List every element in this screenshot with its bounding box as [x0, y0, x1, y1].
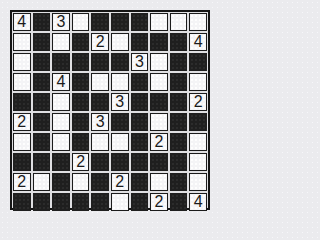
cell-r8c10[interactable] — [189, 153, 207, 171]
cell-r8c4[interactable]: 2 — [72, 153, 90, 171]
cell-r1c7[interactable] — [131, 13, 149, 31]
cell-r5c7[interactable] — [131, 93, 149, 111]
cell-r7c1[interactable] — [13, 133, 31, 151]
cell-r4c7[interactable] — [131, 73, 149, 91]
clue-number: 2 — [155, 134, 164, 150]
cell-r4c6[interactable] — [111, 73, 129, 91]
cell-r9c6[interactable]: 2 — [111, 173, 129, 191]
clue-number: 4 — [194, 194, 203, 210]
cell-r4c4[interactable] — [72, 73, 90, 91]
cell-r10c8[interactable]: 2 — [150, 193, 168, 211]
cell-r2c9[interactable] — [170, 33, 188, 51]
cell-r10c6[interactable] — [111, 193, 129, 211]
cell-r8c8[interactable] — [150, 153, 168, 171]
cell-r5c6[interactable]: 3 — [111, 93, 129, 111]
cell-r10c7[interactable] — [131, 193, 149, 211]
clue-number: 3 — [135, 54, 144, 70]
cell-r3c7[interactable]: 3 — [131, 53, 149, 71]
cell-r9c1[interactable]: 2 — [13, 173, 31, 191]
cell-r5c9[interactable] — [170, 93, 188, 111]
cell-r7c9[interactable] — [170, 133, 188, 151]
cell-r2c10[interactable]: 4 — [189, 33, 207, 51]
cell-r6c8[interactable] — [150, 113, 168, 131]
cell-r10c5[interactable] — [91, 193, 109, 211]
cell-r5c2[interactable] — [33, 93, 51, 111]
cell-r5c5[interactable] — [91, 93, 109, 111]
cell-r6c9[interactable] — [170, 113, 188, 131]
cell-r8c3[interactable] — [52, 153, 70, 171]
cell-r7c2[interactable] — [33, 133, 51, 151]
cell-r2c4[interactable] — [72, 33, 90, 51]
cell-r10c1[interactable] — [13, 193, 31, 211]
clue-number: 3 — [115, 94, 124, 110]
cell-r3c5[interactable] — [91, 53, 109, 71]
clue-number: 2 — [115, 174, 124, 190]
clue-number: 3 — [57, 14, 66, 30]
cell-r4c1[interactable] — [13, 73, 31, 91]
clue-number: 4 — [17, 14, 26, 30]
cell-r8c1[interactable] — [13, 153, 31, 171]
clue-number: 2 — [17, 114, 26, 130]
cell-r3c2[interactable] — [33, 53, 51, 71]
cell-r9c7[interactable] — [131, 173, 149, 191]
cell-r5c8[interactable] — [150, 93, 168, 111]
cell-r3c6[interactable] — [111, 53, 129, 71]
cell-r9c3[interactable] — [52, 173, 70, 191]
cell-r4c8[interactable] — [150, 73, 168, 91]
cell-r1c1[interactable]: 4 — [13, 13, 31, 31]
cell-r1c10[interactable] — [189, 13, 207, 31]
clue-number: 2 — [194, 94, 203, 110]
cell-r3c4[interactable] — [72, 53, 90, 71]
cell-r6c1[interactable]: 2 — [13, 113, 31, 131]
cell-r5c1[interactable] — [13, 93, 31, 111]
cell-r1c6[interactable] — [111, 13, 129, 31]
cell-r9c2[interactable] — [33, 173, 51, 191]
cell-r7c3[interactable] — [52, 133, 70, 151]
cell-r3c10[interactable] — [189, 53, 207, 71]
cell-r2c1[interactable] — [13, 33, 31, 51]
cell-r2c3[interactable] — [52, 33, 70, 51]
cell-r3c8[interactable] — [150, 53, 168, 71]
cell-r8c9[interactable] — [170, 153, 188, 171]
cell-r9c4[interactable] — [72, 173, 90, 191]
cell-r6c4[interactable] — [72, 113, 90, 131]
clue-number: 3 — [96, 114, 105, 130]
clue-number: 2 — [155, 194, 164, 210]
clue-number: 2 — [76, 154, 85, 170]
cell-r1c8[interactable] — [150, 13, 168, 31]
cell-r6c10[interactable] — [189, 113, 207, 131]
cell-r7c7[interactable] — [131, 133, 149, 151]
cell-r2c6[interactable] — [111, 33, 129, 51]
cell-r7c5[interactable] — [91, 133, 109, 151]
cell-r4c2[interactable] — [33, 73, 51, 91]
cell-r2c5[interactable]: 2 — [91, 33, 109, 51]
cell-r1c9[interactable] — [170, 13, 188, 31]
cell-r1c2[interactable] — [33, 13, 51, 31]
clue-number: 2 — [17, 174, 26, 190]
cell-r3c1[interactable] — [13, 53, 31, 71]
clue-number: 4 — [57, 74, 66, 90]
cell-r10c4[interactable] — [72, 193, 90, 211]
cell-r2c8[interactable] — [150, 33, 168, 51]
cell-r9c5[interactable] — [91, 173, 109, 191]
cell-r4c9[interactable] — [170, 73, 188, 91]
cell-r5c10[interactable]: 2 — [189, 93, 207, 111]
cell-r5c3[interactable] — [52, 93, 70, 111]
cell-r9c8[interactable] — [150, 173, 168, 191]
cell-r7c6[interactable] — [111, 133, 129, 151]
cell-r7c10[interactable] — [189, 133, 207, 151]
cell-r5c4[interactable] — [72, 93, 90, 111]
cell-r8c2[interactable] — [33, 153, 51, 171]
clue-number: 2 — [96, 34, 105, 50]
cell-r6c3[interactable] — [52, 113, 70, 131]
cell-r7c8[interactable]: 2 — [150, 133, 168, 151]
cell-r1c4[interactable] — [72, 13, 90, 31]
cell-r2c7[interactable] — [131, 33, 149, 51]
cell-r10c3[interactable] — [52, 193, 70, 211]
cell-r10c9[interactable] — [170, 193, 188, 211]
cell-r6c6[interactable] — [111, 113, 129, 131]
cell-r1c5[interactable] — [91, 13, 109, 31]
cell-r9c10[interactable] — [189, 173, 207, 191]
cell-r4c10[interactable] — [189, 73, 207, 91]
cell-r3c9[interactable] — [170, 53, 188, 71]
cell-r1c3[interactable]: 3 — [52, 13, 70, 31]
nurikabe-board: 4324343223222224 — [10, 10, 210, 210]
cell-r3c3[interactable] — [52, 53, 70, 71]
cell-r9c9[interactable] — [170, 173, 188, 191]
cell-r6c2[interactable] — [33, 113, 51, 131]
cell-r4c3[interactable]: 4 — [52, 73, 70, 91]
cell-r4c5[interactable] — [91, 73, 109, 91]
cell-r6c5[interactable]: 3 — [91, 113, 109, 131]
clue-number: 4 — [194, 34, 203, 50]
cell-r2c2[interactable] — [33, 33, 51, 51]
cell-r8c6[interactable] — [111, 153, 129, 171]
cell-r10c10[interactable]: 4 — [189, 193, 207, 211]
cell-r8c7[interactable] — [131, 153, 149, 171]
cell-r10c2[interactable] — [33, 193, 51, 211]
cell-r8c5[interactable] — [91, 153, 109, 171]
cell-r7c4[interactable] — [72, 133, 90, 151]
cell-r6c7[interactable] — [131, 113, 149, 131]
